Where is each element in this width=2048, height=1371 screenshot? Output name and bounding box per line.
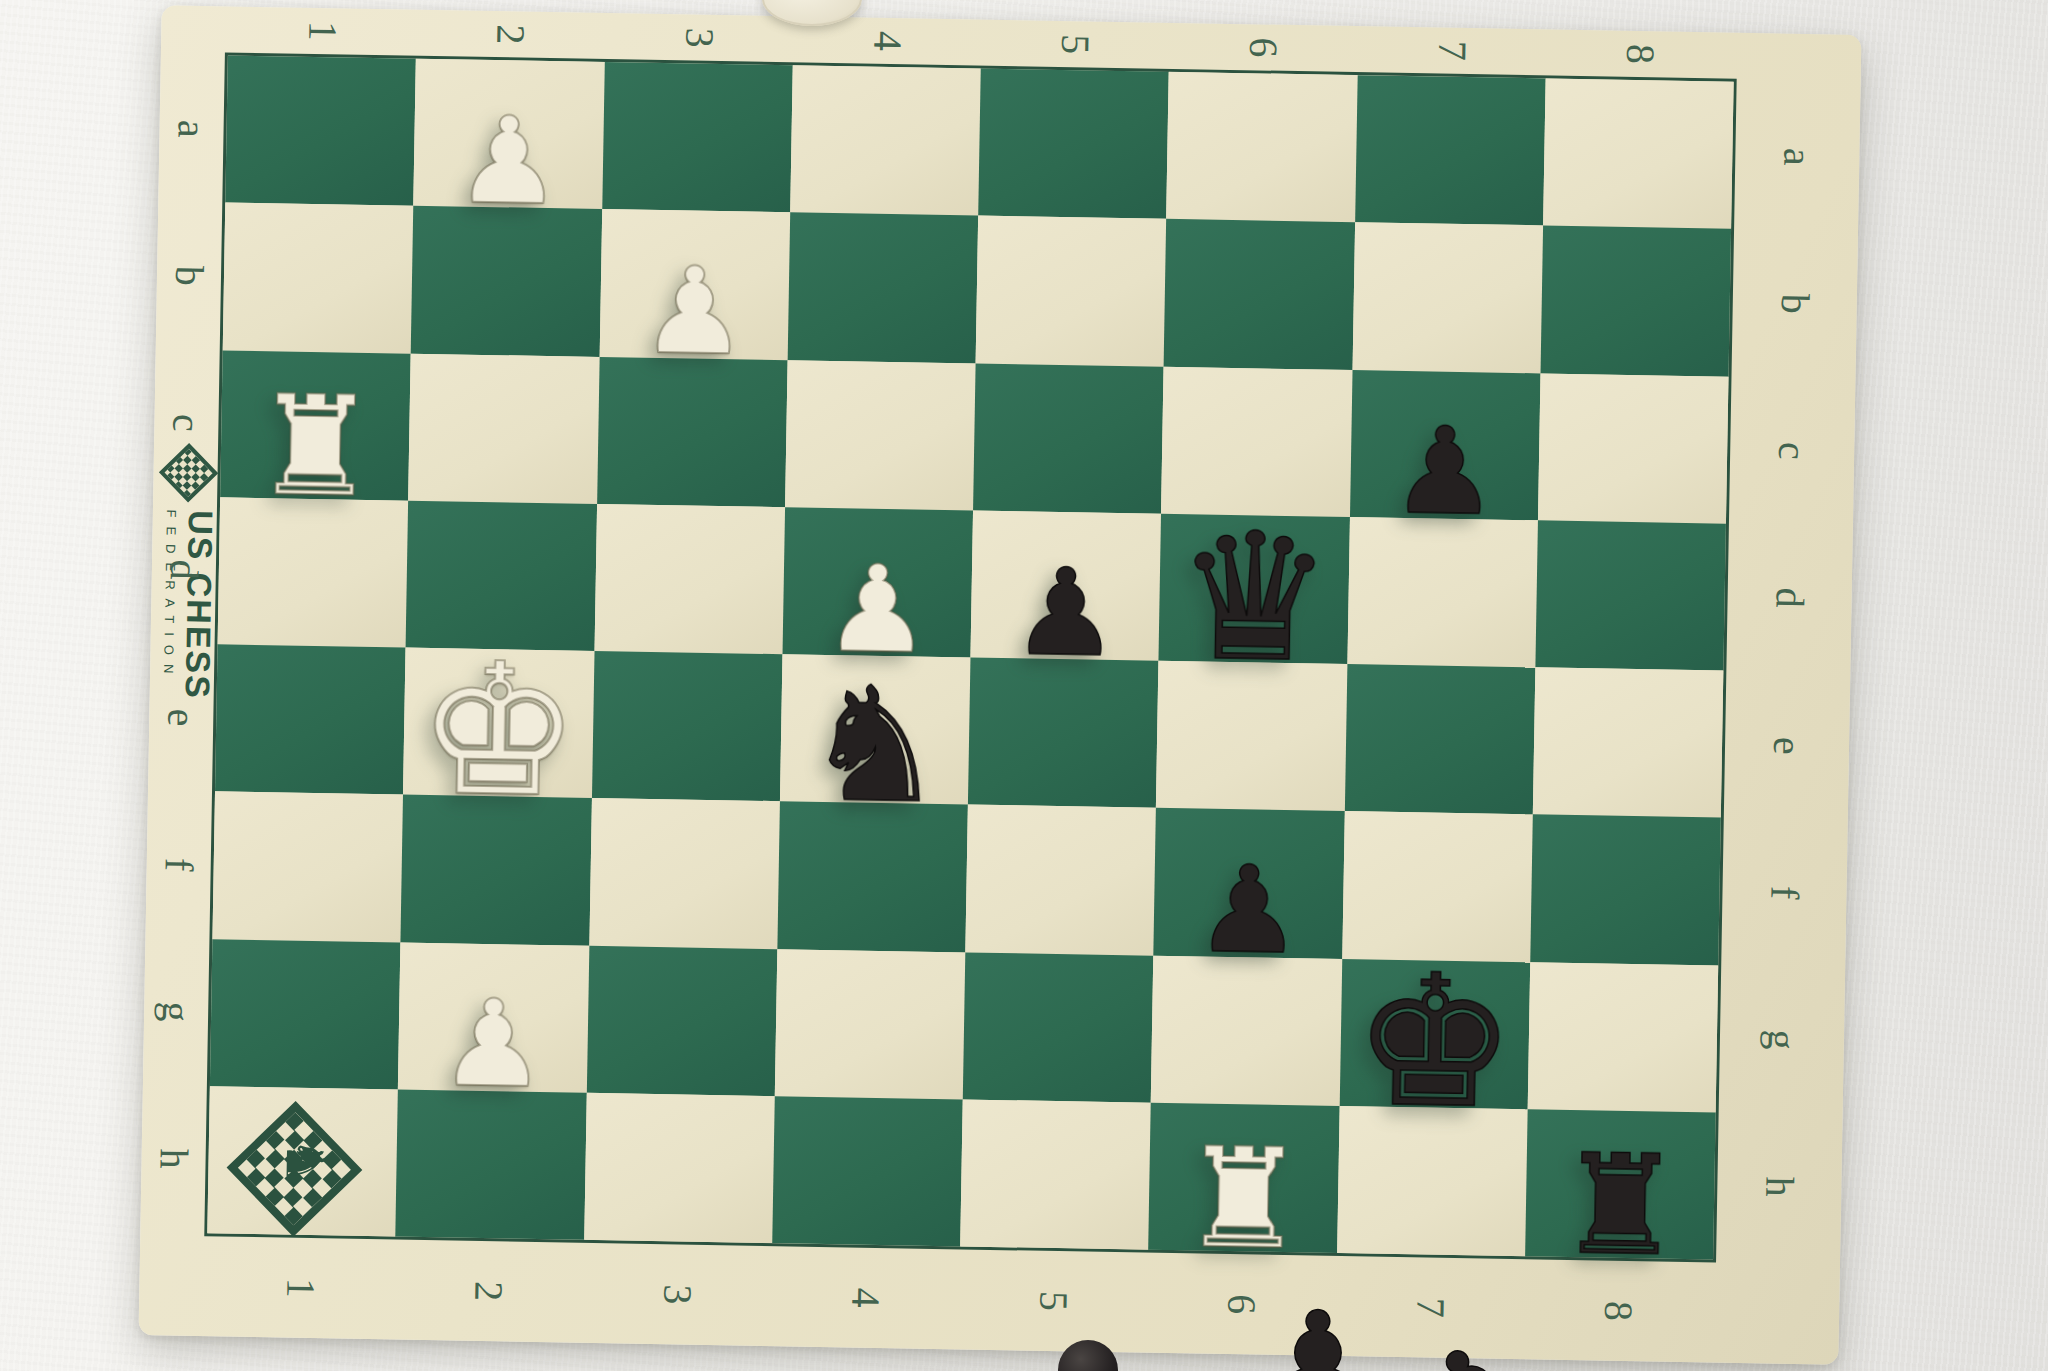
rank-label-top-7: 7: [1432, 40, 1472, 61]
file-label-right-h: h: [1759, 1177, 1799, 1198]
rank-label-top-1: 1: [302, 21, 342, 42]
square-g4[interactable]: [775, 949, 966, 1100]
rank-label-top-3: 3: [679, 27, 719, 48]
file-label-left-c: c: [166, 414, 206, 432]
piece-black-knight-e4[interactable]: ♞: [803, 664, 947, 824]
file-label-right-b: b: [1775, 293, 1815, 314]
square-d3[interactable]: [594, 504, 785, 655]
cutoff-black-pawn[interactable]: ♟: [1251, 1292, 1385, 1371]
piece-black-pawn-d5[interactable]: ♟: [1011, 552, 1121, 674]
square-f3[interactable]: [589, 798, 780, 949]
piece-white-rook-h6[interactable]: ♜: [1180, 1129, 1306, 1269]
square-a3[interactable]: [602, 62, 793, 213]
square-h4[interactable]: [772, 1096, 963, 1247]
rank-label-bottom-3: 3: [657, 1284, 697, 1305]
rank-label-bottom-4: 4: [845, 1287, 885, 1308]
piece-white-pawn-a2[interactable]: ♟: [454, 100, 564, 222]
square-b4[interactable]: [787, 213, 978, 364]
file-label-right-a: a: [1777, 147, 1817, 165]
rank-label-top-8: 8: [1620, 44, 1660, 65]
square-h5[interactable]: [960, 1099, 1151, 1250]
square-f5[interactable]: [965, 805, 1156, 956]
rank-label-bottom-7: 7: [1410, 1297, 1450, 1318]
square-a1[interactable]: [225, 55, 416, 206]
square-g1[interactable]: [210, 939, 401, 1090]
square-b1[interactable]: [223, 203, 414, 354]
piece-black-queen-d6[interactable]: ♛: [1174, 509, 1335, 688]
piece-white-pawn-b3[interactable]: ♟: [639, 251, 749, 373]
square-e3[interactable]: [591, 651, 782, 802]
rank-label-top-2: 2: [490, 24, 530, 45]
file-label-right-f: f: [1764, 886, 1804, 900]
square-d8[interactable]: [1535, 520, 1726, 671]
square-b8[interactable]: [1540, 226, 1731, 377]
rank-label-bottom-8: 8: [1598, 1301, 1638, 1322]
us-chess-checkered-shield-knight-logo-icon: ♞: [236, 1095, 368, 1227]
piece-white-pawn-g2[interactable]: ♟: [438, 984, 548, 1106]
brand-name: US CHESS: [179, 510, 218, 700]
rank-label-top-6: 6: [1243, 37, 1283, 58]
square-a5[interactable]: [978, 69, 1169, 220]
square-b5[interactable]: [976, 216, 1167, 367]
square-g8[interactable]: [1527, 962, 1718, 1113]
square-c2[interactable]: [408, 353, 599, 504]
piece-black-pawn-c7[interactable]: ♟: [1390, 411, 1500, 533]
square-f1[interactable]: [212, 792, 403, 943]
square-h3[interactable]: [584, 1093, 775, 1244]
square-a4[interactable]: [790, 65, 981, 216]
square-a8[interactable]: [1543, 78, 1734, 229]
us-chess-shield-logo-icon: [165, 443, 218, 496]
brand-subtitle: FEDERATION: [161, 509, 179, 682]
square-b6[interactable]: [1164, 219, 1355, 370]
square-b7[interactable]: [1352, 222, 1543, 373]
rank-label-bottom-2: 2: [469, 1281, 509, 1302]
file-label-left-g: g: [156, 1001, 196, 1022]
piece-black-king-g7[interactable]: ♚: [1351, 949, 1517, 1134]
rank-label-top-5: 5: [1055, 34, 1095, 55]
scene-tablecloth: US CHESS FEDERATION ♞ 1234567812345678ab…: [0, 0, 2048, 1371]
file-label-left-b: b: [169, 265, 209, 286]
file-label-right-d: d: [1769, 588, 1809, 609]
square-g5[interactable]: [963, 952, 1154, 1103]
logo-knight-icon: ♞: [277, 1136, 332, 1185]
file-label-right-c: c: [1772, 442, 1812, 460]
square-c8[interactable]: [1538, 373, 1729, 524]
square-c4[interactable]: [785, 360, 976, 511]
file-label-right-e: e: [1767, 736, 1807, 754]
piece-white-king-e2[interactable]: ♚: [415, 638, 581, 823]
file-label-left-a: a: [171, 119, 211, 137]
rank-label-bottom-1: 1: [280, 1278, 320, 1299]
file-label-right-g: g: [1762, 1029, 1802, 1050]
rank-label-bottom-5: 5: [1033, 1291, 1073, 1312]
rank-label-top-4: 4: [867, 31, 907, 52]
square-a6[interactable]: [1166, 72, 1357, 223]
piece-black-pawn-f6[interactable]: ♟: [1194, 850, 1304, 972]
file-label-left-f: f: [159, 858, 199, 872]
square-c5[interactable]: [973, 363, 1164, 514]
piece-white-rook-c1[interactable]: ♜: [252, 377, 378, 517]
square-g3[interactable]: [586, 945, 777, 1096]
square-e1[interactable]: [215, 644, 406, 795]
square-a7[interactable]: [1355, 75, 1546, 226]
square-e8[interactable]: [1533, 667, 1724, 818]
file-label-left-e: e: [161, 708, 201, 726]
vinyl-chess-mat: US CHESS FEDERATION ♞ 1234567812345678ab…: [139, 5, 1862, 1364]
square-f8[interactable]: [1530, 815, 1721, 966]
piece-black-rook-h8[interactable]: ♜: [1557, 1136, 1683, 1276]
file-label-left-h: h: [153, 1149, 193, 1170]
file-label-left-d: d: [164, 560, 204, 581]
square-e7[interactable]: [1344, 664, 1535, 815]
